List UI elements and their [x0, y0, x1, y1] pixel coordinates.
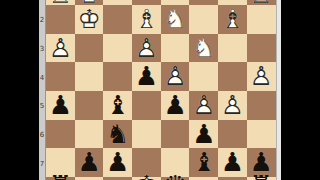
- square-d3[interactable]: [161, 34, 190, 63]
- piece-wP-d4[interactable]: ♟♙: [161, 62, 190, 91]
- square-g7[interactable]: ♟: [75, 148, 104, 177]
- piece-bR-a8[interactable]: ♜: [247, 171, 276, 180]
- piece-bB-c7[interactable]: ♝: [189, 148, 218, 177]
- piece-wN-d2[interactable]: ♞♘: [161, 5, 190, 34]
- square-c4[interactable]: [189, 62, 218, 91]
- piece-wB-b2[interactable]: ♝♗: [218, 5, 247, 34]
- square-b8[interactable]: [218, 177, 247, 180]
- square-h4[interactable]: [46, 62, 75, 91]
- square-g4[interactable]: [75, 62, 104, 91]
- square-g6[interactable]: [75, 120, 104, 149]
- rank-label-3: 3: [39, 45, 45, 53]
- piece-bP-e4[interactable]: ♟: [132, 62, 161, 91]
- piece-bP-g7[interactable]: ♟: [75, 148, 104, 177]
- square-b6[interactable]: [218, 120, 247, 149]
- white-piece-outline: ♙: [189, 91, 218, 120]
- screenshot-stage: 234567 ♜♖♛♕♜♖♚♔♝♗♞♘♝♗♟♙♟♙♞♘♟♟♙♟♙♟♝♟♟♙♟♙♞…: [0, 0, 320, 180]
- piece-bP-d5[interactable]: ♟: [161, 91, 190, 120]
- square-c7[interactable]: ♝: [189, 148, 218, 177]
- board-right-edge-strip: [276, 0, 281, 180]
- square-d5[interactable]: ♟: [161, 91, 190, 120]
- square-f3[interactable]: [103, 34, 132, 63]
- white-piece-outline: ♙: [161, 62, 190, 91]
- square-d2[interactable]: ♞♘: [161, 5, 190, 34]
- square-e3[interactable]: ♟♙: [132, 34, 161, 63]
- square-c2[interactable]: [189, 5, 218, 34]
- piece-wP-a4[interactable]: ♟♙: [247, 62, 276, 91]
- white-piece-outline: ♗: [218, 5, 247, 34]
- rank-label-7: 7: [39, 160, 45, 168]
- square-c5[interactable]: ♟♙: [189, 91, 218, 120]
- square-b5[interactable]: ♟♙: [218, 91, 247, 120]
- piece-wB-e2[interactable]: ♝♗: [132, 5, 161, 34]
- square-g3[interactable]: [75, 34, 104, 63]
- square-e2[interactable]: ♝♗: [132, 5, 161, 34]
- piece-bP-h5[interactable]: ♟: [46, 91, 75, 120]
- square-g8[interactable]: [75, 177, 104, 180]
- square-h5[interactable]: ♟: [46, 91, 75, 120]
- white-piece-outline: ♔: [75, 5, 104, 34]
- rank-label-2: 2: [39, 16, 45, 24]
- piece-bQ-d8[interactable]: ♛: [161, 171, 190, 180]
- piece-wP-c5[interactable]: ♟♙: [189, 91, 218, 120]
- chess-board: ♜♖♛♕♜♖♚♔♝♗♞♘♝♗♟♙♟♙♞♘♟♟♙♟♙♟♝♟♟♙♟♙♞♟♟♟♝♟♟♜…: [46, 0, 276, 180]
- white-piece-outline: ♘: [189, 34, 218, 63]
- square-h2[interactable]: [46, 5, 75, 34]
- square-g2[interactable]: ♚♔: [75, 5, 104, 34]
- white-piece-outline: ♙: [46, 34, 75, 63]
- white-piece-outline: ♙: [218, 91, 247, 120]
- square-e8[interactable]: ♚: [132, 177, 161, 180]
- piece-bP-b7[interactable]: ♟: [218, 148, 247, 177]
- square-a2[interactable]: [247, 5, 276, 34]
- rank-label-4: 4: [39, 74, 45, 82]
- square-h8[interactable]: ♜: [46, 177, 75, 180]
- square-f5[interactable]: ♝: [103, 91, 132, 120]
- rank-coordinate-strip: 234567: [39, 0, 46, 180]
- piece-bN-f6[interactable]: ♞: [103, 120, 132, 149]
- board-viewport: ♜♖♛♕♜♖♚♔♝♗♞♘♝♗♟♙♟♙♞♘♟♟♙♟♙♟♝♟♟♙♟♙♞♟♟♟♝♟♟♜…: [46, 0, 276, 180]
- square-g5[interactable]: [75, 91, 104, 120]
- square-c8[interactable]: [189, 177, 218, 180]
- square-b2[interactable]: ♝♗: [218, 5, 247, 34]
- square-e6[interactable]: [132, 120, 161, 149]
- square-a6[interactable]: [247, 120, 276, 149]
- square-f2[interactable]: [103, 5, 132, 34]
- square-a8[interactable]: ♜: [247, 177, 276, 180]
- rank-label-5: 5: [39, 102, 45, 110]
- white-piece-outline: ♙: [247, 62, 276, 91]
- rank-label-6: 6: [39, 131, 45, 139]
- piece-bB-f5[interactable]: ♝: [103, 91, 132, 120]
- piece-bP-c6[interactable]: ♟: [189, 120, 218, 149]
- square-d4[interactable]: ♟♙: [161, 62, 190, 91]
- piece-wP-b5[interactable]: ♟♙: [218, 91, 247, 120]
- piece-wN-c3[interactable]: ♞♘: [189, 34, 218, 63]
- square-a3[interactable]: [247, 34, 276, 63]
- square-c6[interactable]: ♟: [189, 120, 218, 149]
- piece-wP-h3[interactable]: ♟♙: [46, 34, 75, 63]
- piece-bP-f7[interactable]: ♟: [103, 148, 132, 177]
- square-c3[interactable]: ♞♘: [189, 34, 218, 63]
- square-a4[interactable]: ♟♙: [247, 62, 276, 91]
- square-f8[interactable]: [103, 177, 132, 180]
- square-b7[interactable]: ♟: [218, 148, 247, 177]
- white-piece-outline: ♗: [132, 5, 161, 34]
- piece-wP-e3[interactable]: ♟♙: [132, 34, 161, 63]
- white-piece-outline: ♘: [161, 5, 190, 34]
- square-a5[interactable]: [247, 91, 276, 120]
- white-piece-outline: ♙: [132, 34, 161, 63]
- square-f4[interactable]: [103, 62, 132, 91]
- square-b3[interactable]: [218, 34, 247, 63]
- square-e5[interactable]: [132, 91, 161, 120]
- square-h3[interactable]: ♟♙: [46, 34, 75, 63]
- square-e4[interactable]: ♟: [132, 62, 161, 91]
- square-d8[interactable]: ♛: [161, 177, 190, 180]
- square-f6[interactable]: ♞: [103, 120, 132, 149]
- piece-bR-h8[interactable]: ♜: [46, 171, 75, 180]
- square-f7[interactable]: ♟: [103, 148, 132, 177]
- square-b4[interactable]: [218, 62, 247, 91]
- square-h6[interactable]: [46, 120, 75, 149]
- piece-bK-e8[interactable]: ♚: [132, 171, 161, 180]
- square-d6[interactable]: [161, 120, 190, 149]
- piece-wK-g2[interactable]: ♚♔: [75, 5, 104, 34]
